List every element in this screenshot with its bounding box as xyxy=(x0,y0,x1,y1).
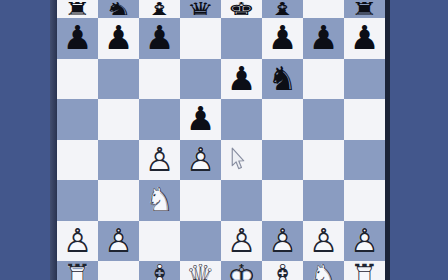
square-a7[interactable]: ♟ xyxy=(57,18,98,59)
square-f3[interactable] xyxy=(262,180,303,221)
piece-white-rook[interactable]: ♜♖ xyxy=(347,261,383,280)
piece-black-rook[interactable]: ♜ xyxy=(60,0,96,18)
square-e6[interactable]: ♟ xyxy=(221,59,262,100)
square-a5[interactable] xyxy=(57,99,98,140)
square-f5[interactable] xyxy=(262,99,303,140)
square-d3[interactable] xyxy=(180,180,221,221)
piece-black-pawn[interactable]: ♟ xyxy=(347,19,383,57)
piece-black-pawn[interactable]: ♟ xyxy=(224,60,260,98)
square-g2[interactable]: ♟♙ xyxy=(303,221,344,262)
piece-black-pawn[interactable]: ♟ xyxy=(60,19,96,57)
piece-white-pawn[interactable]: ♟♙ xyxy=(224,222,260,260)
square-c4[interactable]: ♟♙ xyxy=(139,140,180,181)
square-g6[interactable] xyxy=(303,59,344,100)
square-g1[interactable]: ♞♘ xyxy=(303,261,344,280)
square-b4[interactable] xyxy=(98,140,139,181)
square-a3[interactable] xyxy=(57,180,98,221)
board-right-border xyxy=(385,0,390,280)
piece-white-knight[interactable]: ♞♘ xyxy=(306,261,342,280)
square-a1[interactable]: ♜♖ xyxy=(57,261,98,280)
piece-white-pawn[interactable]: ♟♙ xyxy=(265,222,301,260)
square-b7[interactable]: ♟ xyxy=(98,18,139,59)
square-h3[interactable] xyxy=(344,180,385,221)
square-f1[interactable]: ♝♗ xyxy=(262,261,303,280)
square-b8[interactable]: ♞ xyxy=(98,0,139,18)
square-g3[interactable] xyxy=(303,180,344,221)
square-h5[interactable] xyxy=(344,99,385,140)
square-d1[interactable]: ♛♕ xyxy=(180,261,221,280)
piece-black-pawn[interactable]: ♟ xyxy=(265,19,301,57)
square-g8[interactable] xyxy=(303,0,344,18)
square-c7[interactable]: ♟ xyxy=(139,18,180,59)
square-d6[interactable] xyxy=(180,59,221,100)
piece-white-pawn[interactable]: ♟♙ xyxy=(60,222,96,260)
piece-black-knight[interactable]: ♞ xyxy=(265,60,301,98)
square-e4[interactable] xyxy=(221,140,262,181)
square-e8[interactable]: ♚ xyxy=(221,0,262,18)
square-a2[interactable]: ♟♙ xyxy=(57,221,98,262)
square-h4[interactable] xyxy=(344,140,385,181)
square-a8[interactable]: ♜ xyxy=(57,0,98,18)
piece-white-bishop[interactable]: ♝♗ xyxy=(265,261,301,280)
square-d5[interactable]: ♟ xyxy=(180,99,221,140)
piece-black-pawn[interactable]: ♟ xyxy=(142,19,178,57)
square-c2[interactable] xyxy=(139,221,180,262)
square-a4[interactable] xyxy=(57,140,98,181)
square-e7[interactable] xyxy=(221,18,262,59)
piece-black-bishop[interactable]: ♝ xyxy=(265,0,301,18)
board-left-border xyxy=(50,0,57,280)
piece-white-knight[interactable]: ♞♘ xyxy=(142,181,178,219)
square-g4[interactable] xyxy=(303,140,344,181)
square-f8[interactable]: ♝ xyxy=(262,0,303,18)
square-c1[interactable]: ♝♗ xyxy=(139,261,180,280)
square-d2[interactable] xyxy=(180,221,221,262)
chess-board[interactable]: ♜♞♝♛♚♝♜♟♟♟♟♟♟♟♞♟♟♙♟♙♞♘♟♙♟♙♟♙♟♙♟♙♟♙♜♖♝♗♛♕… xyxy=(57,0,385,280)
square-e2[interactable]: ♟♙ xyxy=(221,221,262,262)
square-a6[interactable] xyxy=(57,59,98,100)
piece-white-rook[interactable]: ♜♖ xyxy=(60,261,96,280)
square-b2[interactable]: ♟♙ xyxy=(98,221,139,262)
square-h2[interactable]: ♟♙ xyxy=(344,221,385,262)
square-d8[interactable]: ♛ xyxy=(180,0,221,18)
piece-white-queen[interactable]: ♛♕ xyxy=(183,261,219,280)
piece-black-bishop[interactable]: ♝ xyxy=(142,0,178,18)
square-f4[interactable] xyxy=(262,140,303,181)
piece-white-pawn[interactable]: ♟♙ xyxy=(183,141,219,179)
piece-black-pawn[interactable]: ♟ xyxy=(306,19,342,57)
square-e1[interactable]: ♚♔ xyxy=(221,261,262,280)
square-d4[interactable]: ♟♙ xyxy=(180,140,221,181)
piece-black-pawn[interactable]: ♟ xyxy=(183,100,219,138)
piece-white-pawn[interactable]: ♟♙ xyxy=(101,222,137,260)
square-b1[interactable] xyxy=(98,261,139,280)
square-c3[interactable]: ♞♘ xyxy=(139,180,180,221)
square-h8[interactable]: ♜ xyxy=(344,0,385,18)
square-e3[interactable] xyxy=(221,180,262,221)
piece-black-pawn[interactable]: ♟ xyxy=(101,19,137,57)
piece-white-king[interactable]: ♚♔ xyxy=(224,261,260,280)
square-h1[interactable]: ♜♖ xyxy=(344,261,385,280)
square-d7[interactable] xyxy=(180,18,221,59)
piece-black-rook[interactable]: ♜ xyxy=(347,0,383,18)
square-h7[interactable]: ♟ xyxy=(344,18,385,59)
square-b5[interactable] xyxy=(98,99,139,140)
square-h6[interactable] xyxy=(344,59,385,100)
piece-black-queen[interactable]: ♛ xyxy=(183,0,219,18)
square-f6[interactable]: ♞ xyxy=(262,59,303,100)
piece-white-bishop[interactable]: ♝♗ xyxy=(142,261,178,280)
square-f2[interactable]: ♟♙ xyxy=(262,221,303,262)
piece-white-pawn[interactable]: ♟♙ xyxy=(142,141,178,179)
piece-white-pawn[interactable]: ♟♙ xyxy=(306,222,342,260)
square-e5[interactable] xyxy=(221,99,262,140)
piece-black-knight[interactable]: ♞ xyxy=(101,0,137,18)
square-c6[interactable] xyxy=(139,59,180,100)
piece-black-king[interactable]: ♚ xyxy=(224,0,260,18)
square-c5[interactable] xyxy=(139,99,180,140)
square-g5[interactable] xyxy=(303,99,344,140)
piece-white-pawn[interactable]: ♟♙ xyxy=(347,222,383,260)
square-g7[interactable]: ♟ xyxy=(303,18,344,59)
square-b3[interactable] xyxy=(98,180,139,221)
square-c8[interactable]: ♝ xyxy=(139,0,180,18)
square-b6[interactable] xyxy=(98,59,139,100)
square-f7[interactable]: ♟ xyxy=(262,18,303,59)
